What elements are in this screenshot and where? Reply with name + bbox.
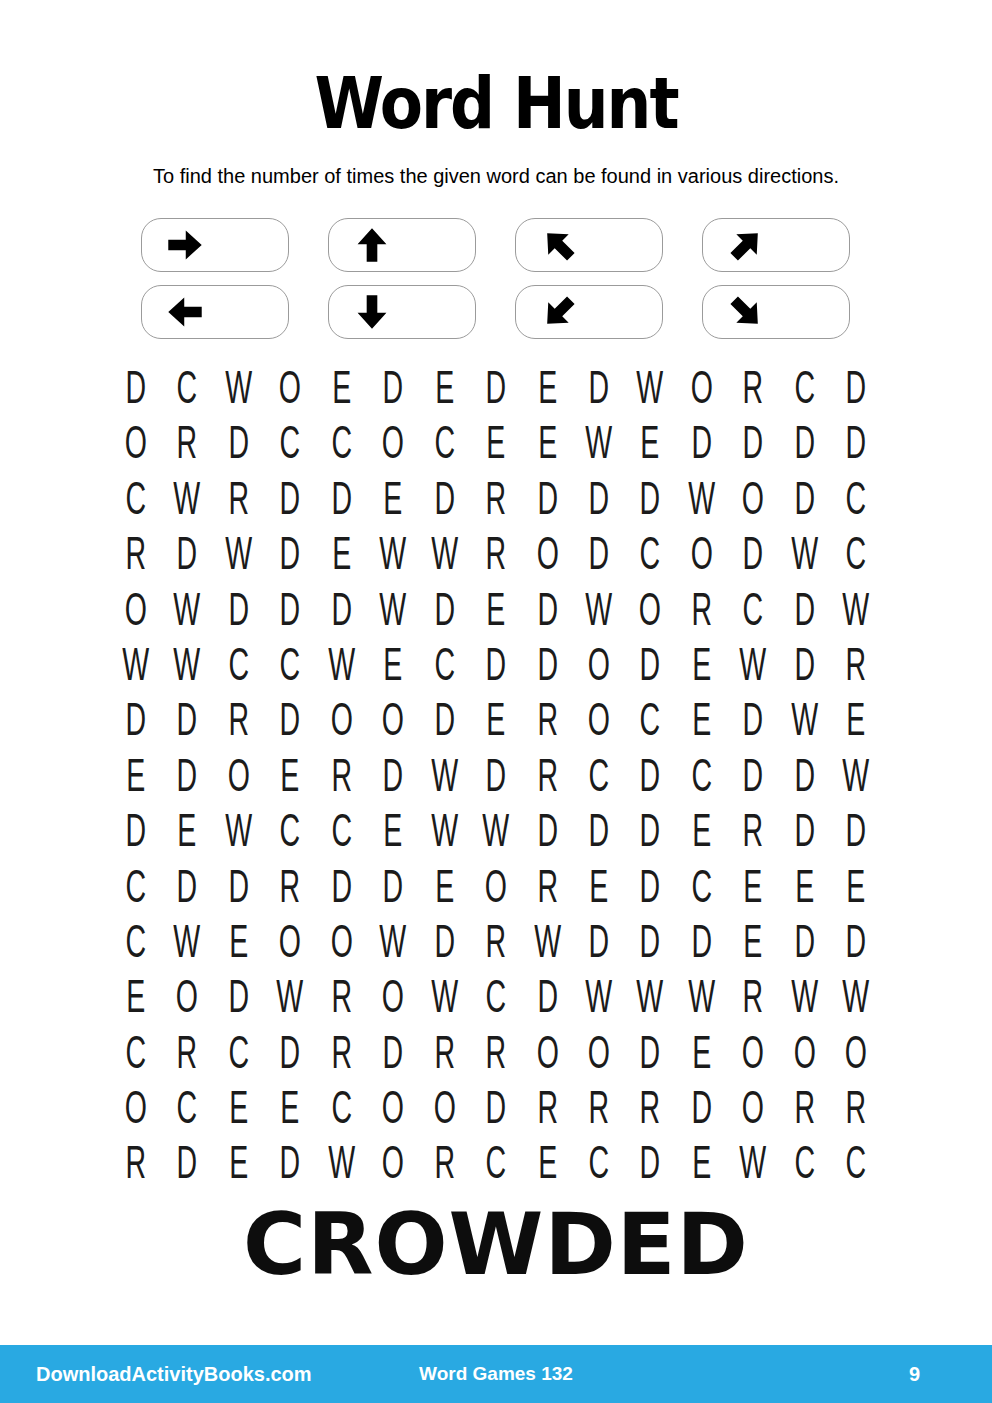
grid-cell: E: [531, 358, 563, 414]
grid-cell: R: [120, 525, 152, 581]
grid-cell: R: [223, 691, 255, 747]
grid-cell: D: [840, 358, 872, 414]
grid-cell: R: [428, 1134, 460, 1190]
grid-cell: D: [634, 1023, 666, 1079]
grid-cell: W: [326, 1134, 358, 1190]
grid-cell: W: [377, 580, 409, 636]
grid-cell: D: [171, 525, 203, 581]
grid-cell: C: [840, 525, 872, 581]
grid-cell: O: [531, 1023, 563, 1079]
grid-cell: W: [171, 580, 203, 636]
grid-cell: W: [377, 912, 409, 968]
grid-cell: C: [480, 968, 512, 1024]
grid-cell: E: [223, 1079, 255, 1135]
grid-cell: D: [531, 580, 563, 636]
grid-cell: W: [171, 469, 203, 525]
grid-cell: O: [377, 1079, 409, 1135]
grid-cell: D: [634, 802, 666, 858]
grid-cell: R: [480, 1023, 512, 1079]
grid-cell: C: [583, 746, 615, 802]
grid-cell: W: [634, 358, 666, 414]
grid-cell: R: [737, 968, 769, 1024]
grid-cell: E: [120, 968, 152, 1024]
grid-cell: C: [788, 358, 820, 414]
grid-cell: D: [634, 857, 666, 913]
grid-cell: E: [686, 691, 718, 747]
page-title: Word Hunt: [0, 62, 992, 145]
grid-cell: W: [171, 912, 203, 968]
direction-answer-boxes: [141, 218, 850, 339]
grid-cell: D: [223, 857, 255, 913]
grid-cell: D: [428, 691, 460, 747]
grid-cell: C: [223, 635, 255, 691]
grid-cell: D: [634, 746, 666, 802]
grid-cell: C: [120, 857, 152, 913]
grid-cell: D: [480, 358, 512, 414]
arrow-down-left-icon: [532, 285, 586, 339]
grid-cell: O: [274, 912, 306, 968]
grid-cell: D: [531, 802, 563, 858]
arrow-down-icon: [353, 293, 391, 331]
worksheet-page: Word Hunt To find the number of times th…: [0, 0, 992, 1403]
grid-cell: D: [274, 525, 306, 581]
grid-cell: W: [840, 968, 872, 1024]
grid-cell: D: [788, 912, 820, 968]
grid-cell: E: [686, 635, 718, 691]
arrow-left-icon: [166, 293, 204, 331]
grid-cell: C: [840, 469, 872, 525]
grid-cell: E: [686, 802, 718, 858]
grid-cell: D: [531, 635, 563, 691]
grid-cell: D: [583, 358, 615, 414]
grid-cell: E: [531, 414, 563, 470]
grid-cell: D: [377, 746, 409, 802]
grid-cell: D: [120, 691, 152, 747]
grid-cell: D: [737, 691, 769, 747]
grid-cell: E: [480, 691, 512, 747]
grid-cell: R: [840, 635, 872, 691]
grid-cell: D: [120, 802, 152, 858]
grid-cell: E: [377, 469, 409, 525]
grid-cell: R: [326, 746, 358, 802]
grid-cell: D: [171, 746, 203, 802]
grid-cell: E: [583, 857, 615, 913]
grid-cell: D: [686, 1079, 718, 1135]
grid-cell: O: [583, 1023, 615, 1079]
grid-cell: E: [171, 802, 203, 858]
grid-cell: E: [428, 857, 460, 913]
grid-cell: R: [686, 580, 718, 636]
grid-cell: O: [120, 1079, 152, 1135]
grid-cell: O: [686, 358, 718, 414]
grid-cell: R: [531, 746, 563, 802]
grid-cell: C: [686, 746, 718, 802]
grid-cell: D: [120, 358, 152, 414]
grid-cell: W: [788, 691, 820, 747]
grid-cell: W: [788, 525, 820, 581]
footer-bar: DownloadActivityBooks.com Word Games 132…: [0, 1345, 992, 1403]
grid-cell: E: [634, 414, 666, 470]
grid-cell: E: [737, 857, 769, 913]
grid-cell: W: [223, 802, 255, 858]
grid-cell: D: [480, 746, 512, 802]
grid-cell: D: [223, 968, 255, 1024]
grid-cell: E: [737, 912, 769, 968]
footer-book-title: Word Games 132: [0, 1363, 992, 1385]
grid-cell: D: [274, 691, 306, 747]
grid-cell: C: [274, 802, 306, 858]
grid-cell: D: [583, 802, 615, 858]
grid-cell: W: [223, 525, 255, 581]
arrow-up-right-icon: [719, 218, 773, 272]
grid-cell: R: [480, 912, 512, 968]
grid-cell: D: [377, 358, 409, 414]
grid-cell: R: [531, 1079, 563, 1135]
arrow-up-left-icon: [532, 218, 586, 272]
answer-box-up-left[interactable]: [515, 218, 663, 272]
grid-cell: D: [737, 525, 769, 581]
grid-cell: O: [737, 469, 769, 525]
grid-cell: C: [634, 525, 666, 581]
grid-cell: R: [326, 1023, 358, 1079]
grid-cell: O: [120, 580, 152, 636]
grid-cell: E: [686, 1023, 718, 1079]
grid-cell: D: [480, 1079, 512, 1135]
grid-cell: D: [274, 469, 306, 525]
grid-cell: D: [788, 746, 820, 802]
grid-cell: W: [583, 968, 615, 1024]
grid-cell: E: [377, 802, 409, 858]
grid-cell: W: [737, 1134, 769, 1190]
grid-cell: O: [531, 525, 563, 581]
grid-cell: D: [788, 469, 820, 525]
grid-cell: R: [531, 857, 563, 913]
grid-cell: O: [377, 414, 409, 470]
arrow-up-icon: [353, 226, 391, 264]
grid-cell: D: [788, 580, 820, 636]
grid-cell: W: [840, 580, 872, 636]
grid-cell: W: [428, 802, 460, 858]
grid-cell: D: [274, 1023, 306, 1079]
answer-box-up[interactable]: [328, 218, 476, 272]
grid-cell: W: [583, 414, 615, 470]
grid-cell: E: [480, 414, 512, 470]
grid-cell: E: [531, 1134, 563, 1190]
grid-cell: E: [120, 746, 152, 802]
grid-cell: W: [686, 469, 718, 525]
grid-cell: C: [428, 414, 460, 470]
grid-cell: R: [737, 802, 769, 858]
grid-cell: C: [171, 1079, 203, 1135]
grid-cell: C: [788, 1134, 820, 1190]
grid-cell: W: [223, 358, 255, 414]
grid-cell: O: [223, 746, 255, 802]
grid-cell: D: [737, 414, 769, 470]
grid-cell: R: [326, 968, 358, 1024]
grid-cell: D: [428, 469, 460, 525]
grid-cell: O: [737, 1079, 769, 1135]
grid-cell: D: [840, 414, 872, 470]
grid-cell: E: [840, 857, 872, 913]
answer-box-up-right[interactable]: [702, 218, 850, 272]
grid-cell: D: [788, 414, 820, 470]
grid-cell: D: [531, 469, 563, 525]
grid-cell: O: [840, 1023, 872, 1079]
grid-cell: R: [840, 1079, 872, 1135]
grid-cell: O: [480, 857, 512, 913]
grid-cell: O: [686, 525, 718, 581]
grid-cell: D: [840, 912, 872, 968]
grid-cell: E: [223, 1134, 255, 1190]
answer-box-down[interactable]: [328, 285, 476, 339]
grid-cell: W: [840, 746, 872, 802]
grid-cell: D: [171, 691, 203, 747]
grid-cell: D: [583, 469, 615, 525]
grid-cell: D: [686, 414, 718, 470]
target-word: CROWDED: [0, 1194, 992, 1294]
grid-cell: E: [326, 525, 358, 581]
grid-cell: R: [531, 691, 563, 747]
grid-cell: O: [583, 635, 615, 691]
arrow-right-icon: [166, 226, 204, 264]
grid-cell: W: [326, 635, 358, 691]
grid-cell: E: [686, 1134, 718, 1190]
grid-cell: O: [377, 968, 409, 1024]
grid-cell: C: [480, 1134, 512, 1190]
grid-cell: D: [480, 635, 512, 691]
grid-cell: O: [583, 691, 615, 747]
grid-cell: C: [274, 635, 306, 691]
grid-cell: R: [171, 1023, 203, 1079]
grid-cell: C: [120, 469, 152, 525]
grid-cell: O: [120, 414, 152, 470]
footer-page-number: 9: [909, 1363, 920, 1386]
instructions-text: To find the number of times the given wo…: [0, 165, 992, 188]
grid-cell: C: [428, 635, 460, 691]
grid-cell: E: [326, 358, 358, 414]
grid-cell: C: [326, 802, 358, 858]
word-search-grid: DCWOEDEDEDWORCDORDCCOCEEWEDDDDCWRDDEDRDD…: [110, 359, 882, 1190]
answer-box-down-left[interactable]: [515, 285, 663, 339]
grid-cell: R: [788, 1079, 820, 1135]
grid-cell: D: [274, 1134, 306, 1190]
grid-cell: E: [274, 1079, 306, 1135]
grid-cell: D: [223, 414, 255, 470]
grid-cell: O: [377, 1134, 409, 1190]
grid-cell: D: [583, 525, 615, 581]
grid-cell: C: [326, 414, 358, 470]
grid-cell: O: [171, 968, 203, 1024]
grid-cell: W: [171, 635, 203, 691]
grid-cell: D: [428, 580, 460, 636]
grid-cell: E: [377, 635, 409, 691]
grid-cell: E: [223, 912, 255, 968]
grid-cell: D: [840, 802, 872, 858]
grid-cell: C: [583, 1134, 615, 1190]
grid-cell: R: [737, 358, 769, 414]
answer-box-left[interactable]: [141, 285, 289, 339]
grid-cell: E: [788, 857, 820, 913]
grid-cell: O: [737, 1023, 769, 1079]
grid-cell: D: [634, 1134, 666, 1190]
grid-cell: R: [480, 525, 512, 581]
grid-cell: W: [480, 802, 512, 858]
grid-cell: D: [326, 580, 358, 636]
grid-cell: O: [788, 1023, 820, 1079]
grid-cell: W: [428, 746, 460, 802]
grid-cell: R: [480, 469, 512, 525]
grid-cell: C: [737, 580, 769, 636]
grid-cell: O: [274, 358, 306, 414]
grid-cell: E: [480, 580, 512, 636]
grid-cell: W: [428, 525, 460, 581]
grid-cell: D: [326, 469, 358, 525]
grid-cell: D: [737, 746, 769, 802]
grid-cell: C: [326, 1079, 358, 1135]
grid-cell: D: [634, 912, 666, 968]
grid-cell: O: [428, 1079, 460, 1135]
grid-cell: D: [428, 912, 460, 968]
grid-cell: D: [788, 802, 820, 858]
grid-cell: D: [223, 580, 255, 636]
grid-cell: E: [428, 358, 460, 414]
grid-cell: C: [120, 912, 152, 968]
grid-cell: R: [120, 1134, 152, 1190]
grid-cell: D: [171, 857, 203, 913]
grid-cell: E: [274, 746, 306, 802]
grid-cell: R: [274, 857, 306, 913]
grid-cell: R: [223, 469, 255, 525]
grid-cell: W: [583, 580, 615, 636]
grid-cell: C: [171, 358, 203, 414]
grid-cell: D: [377, 1023, 409, 1079]
grid-cell: C: [223, 1023, 255, 1079]
grid-cell: D: [377, 857, 409, 913]
grid-cell: D: [171, 1134, 203, 1190]
grid-cell: W: [377, 525, 409, 581]
grid-cell: D: [274, 580, 306, 636]
grid-cell: R: [583, 1079, 615, 1135]
grid-cell: R: [428, 1023, 460, 1079]
grid-cell: D: [531, 968, 563, 1024]
grid-cell: W: [274, 968, 306, 1024]
grid-cell: W: [788, 968, 820, 1024]
grid-cell: W: [686, 968, 718, 1024]
grid-cell: C: [686, 857, 718, 913]
grid-cell: D: [634, 469, 666, 525]
grid-cell: W: [120, 635, 152, 691]
grid-cell: D: [634, 635, 666, 691]
grid-cell: D: [326, 857, 358, 913]
grid-cell: O: [377, 691, 409, 747]
grid-cell: E: [840, 691, 872, 747]
grid-cell: O: [326, 691, 358, 747]
answer-box-down-right[interactable]: [702, 285, 850, 339]
grid-cell: O: [634, 580, 666, 636]
grid-cell: C: [120, 1023, 152, 1079]
answer-box-right[interactable]: [141, 218, 289, 272]
grid-cell: W: [737, 635, 769, 691]
grid-cell: D: [583, 912, 615, 968]
grid-cell: W: [634, 968, 666, 1024]
grid-cell: R: [171, 414, 203, 470]
grid-cell: C: [840, 1134, 872, 1190]
grid-cell: W: [531, 912, 563, 968]
grid-cell: C: [274, 414, 306, 470]
arrow-down-right-icon: [719, 285, 773, 339]
grid-cell: W: [428, 968, 460, 1024]
grid-cell: D: [686, 912, 718, 968]
grid-cell: C: [634, 691, 666, 747]
grid-cell: R: [634, 1079, 666, 1135]
grid-cell: D: [788, 635, 820, 691]
grid-cell: O: [326, 912, 358, 968]
